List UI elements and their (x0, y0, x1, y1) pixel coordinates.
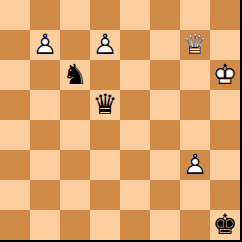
square-b8[interactable] (30, 0, 60, 30)
square-g1[interactable] (180, 210, 210, 240)
square-h2[interactable] (210, 180, 240, 210)
black-knight-icon: ♞ (60, 60, 90, 90)
square-b5[interactable] (30, 90, 60, 120)
square-e1[interactable] (120, 210, 150, 240)
square-b4[interactable] (30, 120, 60, 150)
square-f2[interactable] (150, 180, 180, 210)
white-pawn-icon: ♟♙ (30, 30, 60, 60)
square-c1[interactable] (60, 210, 90, 240)
square-f6[interactable] (150, 60, 180, 90)
square-e8[interactable] (120, 0, 150, 30)
square-e3[interactable] (120, 150, 150, 180)
chess-board: ♟♙♟♙♛♕♞♚♔♛♟♙♚ (0, 0, 240, 240)
square-h7[interactable] (210, 30, 240, 60)
square-f5[interactable] (150, 90, 180, 120)
square-a3[interactable] (0, 150, 30, 180)
square-h5[interactable] (210, 90, 240, 120)
white-pawn-icon: ♟♙ (180, 150, 210, 180)
square-a7[interactable] (0, 30, 30, 60)
square-e7[interactable] (120, 30, 150, 60)
square-d7[interactable]: ♟♙ (90, 30, 120, 60)
square-e4[interactable] (120, 120, 150, 150)
square-a5[interactable] (0, 90, 30, 120)
square-e5[interactable] (120, 90, 150, 120)
square-c6[interactable]: ♞ (60, 60, 90, 90)
square-d6[interactable] (90, 60, 120, 90)
square-e6[interactable] (120, 60, 150, 90)
square-f3[interactable] (150, 150, 180, 180)
white-king-icon: ♚♔ (210, 60, 240, 90)
square-c3[interactable] (60, 150, 90, 180)
square-d3[interactable] (90, 150, 120, 180)
square-g8[interactable] (180, 0, 210, 30)
square-b7[interactable]: ♟♙ (30, 30, 60, 60)
square-h6[interactable]: ♚♔ (210, 60, 240, 90)
square-c5[interactable] (60, 90, 90, 120)
square-b6[interactable] (30, 60, 60, 90)
square-g2[interactable] (180, 180, 210, 210)
square-g3[interactable]: ♟♙ (180, 150, 210, 180)
square-c8[interactable] (60, 0, 90, 30)
square-f7[interactable] (150, 30, 180, 60)
square-b2[interactable] (30, 180, 60, 210)
square-g4[interactable] (180, 120, 210, 150)
square-a1[interactable] (0, 210, 30, 240)
square-a2[interactable] (0, 180, 30, 210)
white-queen-icon: ♛♕ (180, 30, 210, 60)
black-king-icon: ♚ (210, 210, 240, 240)
square-c4[interactable] (60, 120, 90, 150)
square-c7[interactable] (60, 30, 90, 60)
square-d2[interactable] (90, 180, 120, 210)
square-d8[interactable] (90, 0, 120, 30)
square-h8[interactable] (210, 0, 240, 30)
square-d5[interactable]: ♛ (90, 90, 120, 120)
black-queen-icon: ♛ (90, 90, 120, 120)
square-a8[interactable] (0, 0, 30, 30)
square-a4[interactable] (0, 120, 30, 150)
square-g6[interactable] (180, 60, 210, 90)
square-f4[interactable] (150, 120, 180, 150)
chess-board-frame: ♟♙♟♙♛♕♞♚♔♛♟♙♚ (0, 0, 242, 242)
square-d4[interactable] (90, 120, 120, 150)
square-h1[interactable]: ♚ (210, 210, 240, 240)
square-f1[interactable] (150, 210, 180, 240)
square-h3[interactable] (210, 150, 240, 180)
square-b1[interactable] (30, 210, 60, 240)
white-pawn-icon: ♟♙ (90, 30, 120, 60)
square-d1[interactable] (90, 210, 120, 240)
square-g7[interactable]: ♛♕ (180, 30, 210, 60)
square-a6[interactable] (0, 60, 30, 90)
square-f8[interactable] (150, 0, 180, 30)
square-h4[interactable] (210, 120, 240, 150)
square-b3[interactable] (30, 150, 60, 180)
square-c2[interactable] (60, 180, 90, 210)
square-e2[interactable] (120, 180, 150, 210)
square-g5[interactable] (180, 90, 210, 120)
